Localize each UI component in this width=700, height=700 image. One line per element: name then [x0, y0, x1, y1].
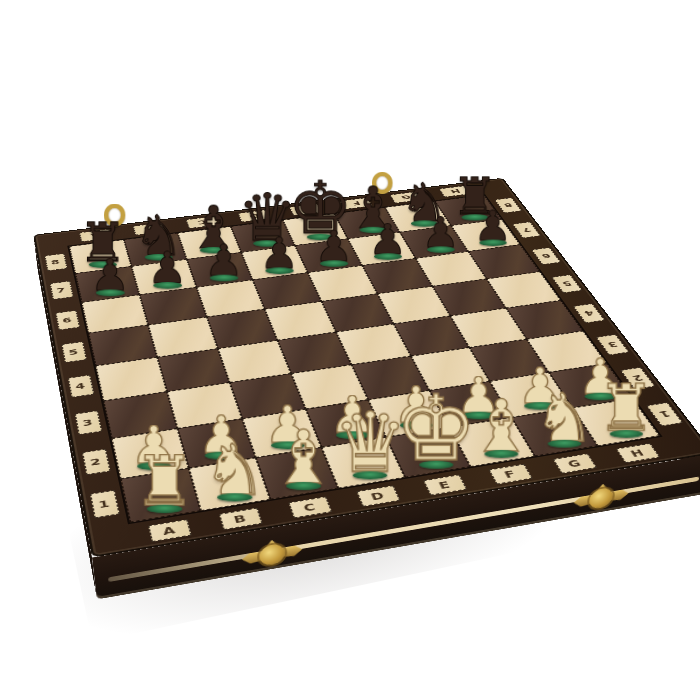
- square-d5[interactable]: [265, 301, 336, 340]
- coordinate-label: H: [615, 443, 659, 463]
- black-pawn-e7[interactable]: ♟: [315, 230, 353, 267]
- felt-base: [419, 461, 453, 469]
- coordinate-label: 2: [82, 449, 110, 475]
- bishop-icon: ♝: [270, 427, 337, 488]
- white-rook-a1[interactable]: ♜: [134, 454, 196, 513]
- coordinate-label: E: [422, 474, 466, 495]
- white-knight-b1[interactable]: ♞: [203, 441, 266, 501]
- coordinate-label: F: [488, 464, 532, 484]
- black-pawn-f7[interactable]: ♟: [369, 223, 407, 260]
- square-a5[interactable]: [88, 325, 157, 366]
- square-b1[interactable]: ♞: [189, 458, 271, 511]
- bishop-icon: ♝: [468, 397, 533, 456]
- square-b5[interactable]: [148, 317, 218, 357]
- coordinate-label: 3: [74, 410, 101, 434]
- black-pawn-a7[interactable]: ♟: [90, 258, 130, 296]
- queen-icon: ♛: [333, 409, 407, 477]
- knight-icon: ♞: [534, 390, 594, 445]
- coordinate-label: 4: [67, 375, 93, 398]
- felt-base: [265, 267, 293, 274]
- felt-base: [548, 440, 582, 448]
- felt-base: [96, 289, 125, 296]
- felt-base: [153, 282, 182, 289]
- coordinate-label: D: [356, 485, 400, 506]
- king-icon: ♚: [395, 392, 477, 467]
- felt-base: [610, 430, 643, 438]
- felt-base: [147, 505, 183, 513]
- board-squares: ♜♞♝♛♚♝♞♜♟♟♟♟♟♟♟♟♟♟♟♟♟♟♟♟♜♞♝♛♚♝♞♜: [69, 195, 659, 522]
- felt-base: [427, 246, 455, 252]
- white-bishop-f1[interactable]: ♝: [468, 397, 533, 459]
- felt-base: [479, 239, 506, 245]
- chess-set-photo: ABCDEFGH ABCDEFGH 87654321 87654321 ♜♞♝♛…: [0, 0, 700, 700]
- coordinate-label: 5: [551, 274, 581, 292]
- chess-board: ABCDEFGH ABCDEFGH 87654321 87654321 ♜♞♝♛…: [33, 178, 700, 558]
- coordinate-label: B: [218, 508, 262, 530]
- coordinate-label: 6: [531, 247, 560, 264]
- white-knight-g1[interactable]: ♞: [534, 390, 594, 447]
- coordinate-label: 8: [44, 253, 67, 270]
- coordinate-label: 7: [512, 222, 540, 238]
- coordinate-label: 6: [55, 310, 79, 330]
- square-a1[interactable]: ♜: [120, 468, 200, 522]
- coordinate-label: 7: [49, 281, 72, 300]
- felt-base: [210, 275, 238, 282]
- coordinate-label: 5: [61, 341, 86, 362]
- square-e6[interactable]: [308, 265, 378, 301]
- felt-base: [217, 493, 252, 501]
- black-pawn-g7[interactable]: ♟: [422, 216, 460, 252]
- coordinate-label: 4: [573, 303, 605, 322]
- coordinate-label: C: [288, 496, 332, 518]
- coordinate-label: A: [147, 519, 190, 542]
- felt-base: [374, 253, 402, 259]
- black-pawn-b7[interactable]: ♟: [148, 251, 187, 289]
- white-rook-h1[interactable]: ♜: [598, 383, 656, 438]
- black-pawn-h7[interactable]: ♟: [474, 210, 512, 246]
- square-d4[interactable]: [277, 332, 351, 374]
- rook-icon: ♜: [598, 383, 656, 436]
- felt-base: [320, 260, 348, 267]
- white-king-e1[interactable]: ♚: [395, 392, 477, 469]
- white-queen-d1[interactable]: ♛: [333, 409, 407, 479]
- brass-clasp-icon: [572, 482, 630, 514]
- black-pawn-c7[interactable]: ♟: [204, 244, 243, 282]
- square-c1[interactable]: ♝: [256, 447, 339, 499]
- coordinate-label: 1: [89, 490, 119, 518]
- coordinate-label: G: [552, 453, 596, 473]
- white-bishop-c1[interactable]: ♝: [270, 427, 337, 490]
- black-pawn-d7[interactable]: ♟: [260, 237, 299, 274]
- rook-icon: ♜: [134, 454, 196, 510]
- knight-icon: ♞: [203, 441, 266, 499]
